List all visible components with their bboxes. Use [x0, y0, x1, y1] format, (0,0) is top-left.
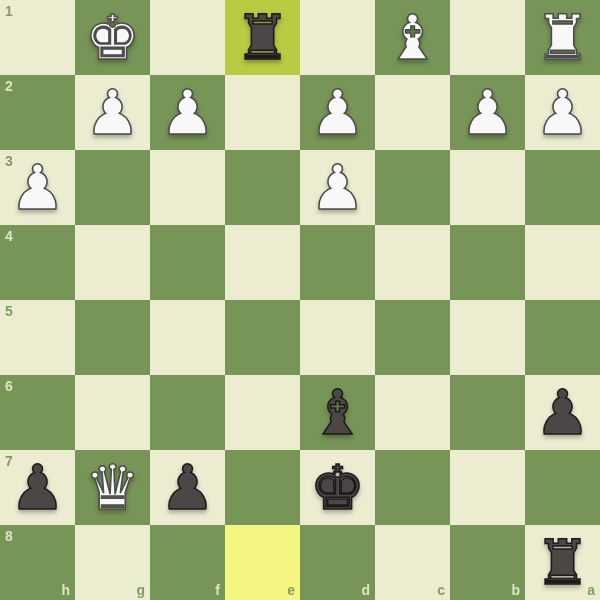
piece-white-pawn[interactable]: ♟ [150, 75, 225, 150]
square-h3[interactable]: 3♟ [0, 150, 75, 225]
square-c2[interactable] [375, 75, 450, 150]
square-f7[interactable]: ♟ [150, 450, 225, 525]
file-label-h: h [61, 582, 70, 598]
file-label-c: c [437, 582, 445, 598]
piece-white-king[interactable]: ♚ [75, 0, 150, 75]
file-label-d: d [361, 582, 370, 598]
piece-black-rook[interactable]: ♜ [525, 525, 600, 600]
square-c3[interactable] [375, 150, 450, 225]
piece-black-bishop[interactable]: ♝ [300, 375, 375, 450]
square-f2[interactable]: ♟ [150, 75, 225, 150]
rank-label-4: 4 [5, 228, 13, 244]
square-b6[interactable] [450, 375, 525, 450]
square-d4[interactable] [300, 225, 375, 300]
square-h1[interactable]: 1 [0, 0, 75, 75]
piece-white-pawn[interactable]: ♟ [75, 75, 150, 150]
square-g5[interactable] [75, 300, 150, 375]
square-g2[interactable]: ♟ [75, 75, 150, 150]
square-e7[interactable] [225, 450, 300, 525]
square-e1[interactable]: ♜ [225, 0, 300, 75]
square-b1[interactable] [450, 0, 525, 75]
file-label-e: e [287, 582, 295, 598]
rank-label-8: 8 [5, 528, 13, 544]
piece-black-rook[interactable]: ♜ [225, 0, 300, 75]
square-e6[interactable] [225, 375, 300, 450]
piece-black-pawn[interactable]: ♟ [150, 450, 225, 525]
file-label-g: g [136, 582, 145, 598]
square-c1[interactable]: ♝ [375, 0, 450, 75]
rank-label-1: 1 [5, 3, 13, 19]
square-h4[interactable]: 4 [0, 225, 75, 300]
square-f8[interactable]: f [150, 525, 225, 600]
square-a7[interactable] [525, 450, 600, 525]
square-h8[interactable]: 8h [0, 525, 75, 600]
piece-white-pawn[interactable]: ♟ [300, 150, 375, 225]
square-d3[interactable]: ♟ [300, 150, 375, 225]
square-c6[interactable] [375, 375, 450, 450]
square-f4[interactable] [150, 225, 225, 300]
file-label-f: f [215, 582, 220, 598]
square-h5[interactable]: 5 [0, 300, 75, 375]
square-a4[interactable] [525, 225, 600, 300]
rank-label-2: 2 [5, 78, 13, 94]
square-b7[interactable] [450, 450, 525, 525]
piece-black-pawn[interactable]: ♟ [525, 375, 600, 450]
rank-label-5: 5 [5, 303, 13, 319]
square-f3[interactable] [150, 150, 225, 225]
square-c4[interactable] [375, 225, 450, 300]
square-b5[interactable] [450, 300, 525, 375]
square-d6[interactable]: ♝ [300, 375, 375, 450]
piece-white-rook[interactable]: ♜ [525, 0, 600, 75]
piece-white-pawn[interactable]: ♟ [0, 150, 75, 225]
square-d5[interactable] [300, 300, 375, 375]
piece-white-pawn[interactable]: ♟ [300, 75, 375, 150]
square-g4[interactable] [75, 225, 150, 300]
chess-board: 1♚♜♝♜2♟♟♟♟♟3♟♟456♝♟7♟♛♟♚8hgfedcba♜ [0, 0, 600, 600]
piece-white-pawn[interactable]: ♟ [450, 75, 525, 150]
square-a3[interactable] [525, 150, 600, 225]
square-d8[interactable]: d [300, 525, 375, 600]
piece-black-king[interactable]: ♚ [300, 450, 375, 525]
square-c5[interactable] [375, 300, 450, 375]
square-g1[interactable]: ♚ [75, 0, 150, 75]
rank-label-6: 6 [5, 378, 13, 394]
square-d7[interactable]: ♚ [300, 450, 375, 525]
square-h7[interactable]: 7♟ [0, 450, 75, 525]
square-b2[interactable]: ♟ [450, 75, 525, 150]
square-h6[interactable]: 6 [0, 375, 75, 450]
square-e2[interactable] [225, 75, 300, 150]
square-b8[interactable]: b [450, 525, 525, 600]
square-e8[interactable]: e [225, 525, 300, 600]
square-f6[interactable] [150, 375, 225, 450]
square-e5[interactable] [225, 300, 300, 375]
square-d2[interactable]: ♟ [300, 75, 375, 150]
square-a6[interactable]: ♟ [525, 375, 600, 450]
piece-black-pawn[interactable]: ♟ [0, 450, 75, 525]
square-d1[interactable] [300, 0, 375, 75]
square-a5[interactable] [525, 300, 600, 375]
piece-white-queen[interactable]: ♛ [75, 450, 150, 525]
square-a2[interactable]: ♟ [525, 75, 600, 150]
square-e3[interactable] [225, 150, 300, 225]
square-g8[interactable]: g [75, 525, 150, 600]
square-f1[interactable] [150, 0, 225, 75]
square-g6[interactable] [75, 375, 150, 450]
file-label-b: b [511, 582, 520, 598]
square-h2[interactable]: 2 [0, 75, 75, 150]
square-a1[interactable]: ♜ [525, 0, 600, 75]
square-c7[interactable] [375, 450, 450, 525]
square-g3[interactable] [75, 150, 150, 225]
piece-white-pawn[interactable]: ♟ [525, 75, 600, 150]
square-g7[interactable]: ♛ [75, 450, 150, 525]
piece-white-bishop[interactable]: ♝ [375, 0, 450, 75]
square-b4[interactable] [450, 225, 525, 300]
square-b3[interactable] [450, 150, 525, 225]
square-a8[interactable]: a♜ [525, 525, 600, 600]
square-f5[interactable] [150, 300, 225, 375]
square-c8[interactable]: c [375, 525, 450, 600]
square-e4[interactable] [225, 225, 300, 300]
